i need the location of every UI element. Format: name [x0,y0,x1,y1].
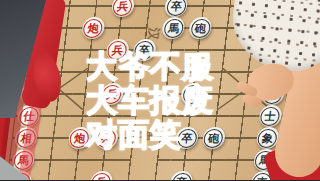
board-intersection [36,149,65,171]
board-intersection [210,39,239,61]
board-intersection [194,171,223,180]
piece-glyph: 兵 [91,173,112,181]
board-intersection [140,171,170,180]
piece-glyph: 馬 [163,19,184,38]
piece-glyph: 士 [259,107,280,126]
board-intersection [81,0,110,17]
board-intersection [60,171,89,180]
piece-glyph: 炮 [83,19,104,38]
board-intersection [113,171,142,180]
board-intersection [135,0,164,17]
board-intersection [226,127,255,149]
title-line-3: 对面笑 [86,114,182,156]
board-intersection [220,171,249,180]
board-intersection [196,149,225,171]
board-intersection [38,127,67,149]
piece-glyph: 兵 [112,0,133,16]
board-intersection [223,149,252,171]
piece-glyph: 砲 [203,129,224,148]
board-intersection [188,0,217,17]
board-intersection [105,17,134,39]
piece-glyph: 砲 [190,19,211,38]
piece-glyph: 卒 [171,173,192,181]
piece-glyph: 象 [257,129,278,148]
thumbnail-scene: 汉 界 車馬相仕帥仕相馬車炮炮兵兵兵兵兵車象士將士象馬車卒馬砲卒卒卒砲卒 大爷不… [0,0,320,180]
board-intersection [33,171,62,180]
